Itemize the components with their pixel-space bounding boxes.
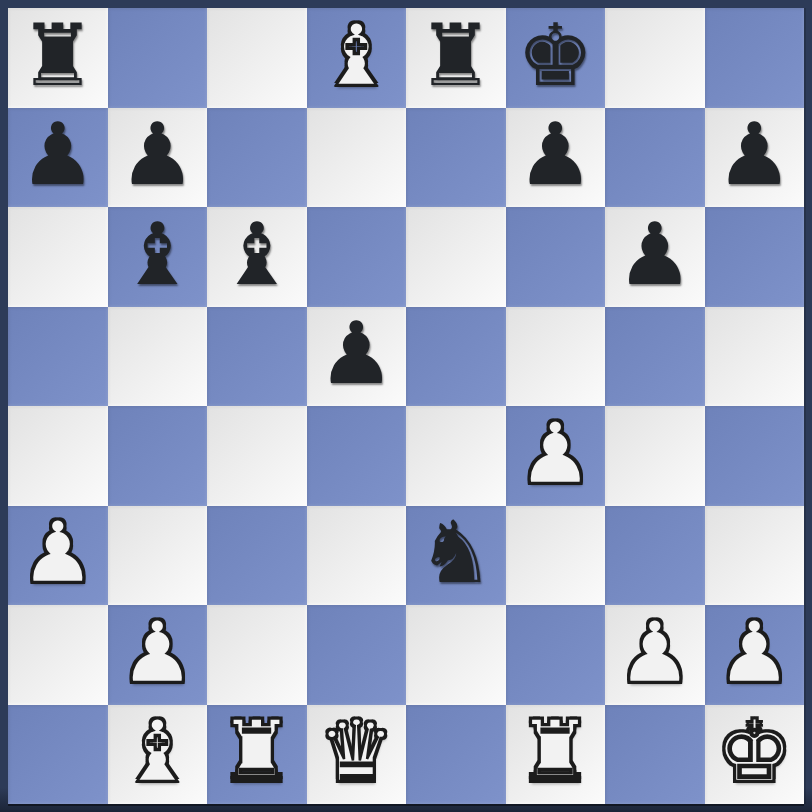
square-b7[interactable]: ♟ [108,108,208,208]
piece-black-bishop[interactable]: ♝ [218,211,295,297]
piece-black-rook[interactable]: ♜ [417,12,494,98]
square-a2[interactable] [8,605,108,705]
piece-black-knight[interactable]: ♞ [417,509,494,595]
square-h7[interactable]: ♟ [705,108,805,208]
square-h3[interactable] [705,506,805,606]
square-e6[interactable] [406,207,506,307]
piece-white-bishop[interactable]: ♝ [119,708,196,794]
chess-board: ♜♝♜♚♟♟♟♟♝♝♟♟♟♟♞♟♟♟♝♜♛♜♚ [8,8,804,804]
square-d3[interactable] [307,506,407,606]
square-c8[interactable] [207,8,307,108]
square-a5[interactable] [8,307,108,407]
piece-white-king[interactable]: ♚ [716,708,793,794]
square-b8[interactable] [108,8,208,108]
square-b1[interactable]: ♝ [108,705,208,805]
chess-diagram: { "game": "chess", "position": { "fen": … [0,0,812,812]
square-e3[interactable]: ♞ [406,506,506,606]
square-a7[interactable]: ♟ [8,108,108,208]
square-a6[interactable] [8,207,108,307]
square-e4[interactable] [406,406,506,506]
square-c5[interactable] [207,307,307,407]
square-f6[interactable] [506,207,606,307]
square-c6[interactable]: ♝ [207,207,307,307]
square-c3[interactable] [207,506,307,606]
piece-white-pawn[interactable]: ♟ [716,609,793,695]
piece-white-pawn[interactable]: ♟ [119,609,196,695]
square-f8[interactable]: ♚ [506,8,606,108]
square-g3[interactable] [605,506,705,606]
square-e7[interactable] [406,108,506,208]
square-a1[interactable] [8,705,108,805]
square-f2[interactable] [506,605,606,705]
piece-white-bishop[interactable]: ♝ [318,12,395,98]
piece-black-bishop[interactable]: ♝ [119,211,196,297]
piece-black-king[interactable]: ♚ [517,12,594,98]
square-f7[interactable]: ♟ [506,108,606,208]
square-c7[interactable] [207,108,307,208]
piece-black-pawn[interactable]: ♟ [517,111,594,197]
piece-black-pawn[interactable]: ♟ [716,111,793,197]
square-b6[interactable]: ♝ [108,207,208,307]
square-c2[interactable] [207,605,307,705]
square-g6[interactable]: ♟ [605,207,705,307]
piece-white-pawn[interactable]: ♟ [616,609,693,695]
square-f1[interactable]: ♜ [506,705,606,805]
square-g1[interactable] [605,705,705,805]
square-d1[interactable]: ♛ [307,705,407,805]
square-c1[interactable]: ♜ [207,705,307,805]
piece-black-rook[interactable]: ♜ [19,12,96,98]
square-g8[interactable] [605,8,705,108]
square-h4[interactable] [705,406,805,506]
square-d6[interactable] [307,207,407,307]
square-a8[interactable]: ♜ [8,8,108,108]
square-g2[interactable]: ♟ [605,605,705,705]
piece-white-pawn[interactable]: ♟ [517,410,594,496]
square-f4[interactable]: ♟ [506,406,606,506]
piece-black-pawn[interactable]: ♟ [119,111,196,197]
piece-white-pawn[interactable]: ♟ [19,509,96,595]
square-b3[interactable] [108,506,208,606]
square-e5[interactable] [406,307,506,407]
square-f3[interactable] [506,506,606,606]
square-e1[interactable] [406,705,506,805]
square-d8[interactable]: ♝ [307,8,407,108]
square-g5[interactable] [605,307,705,407]
square-b2[interactable]: ♟ [108,605,208,705]
piece-black-pawn[interactable]: ♟ [616,211,693,297]
square-a3[interactable]: ♟ [8,506,108,606]
piece-white-rook[interactable]: ♜ [517,708,594,794]
square-c4[interactable] [207,406,307,506]
square-g4[interactable] [605,406,705,506]
square-d5[interactable]: ♟ [307,307,407,407]
square-b5[interactable] [108,307,208,407]
square-d4[interactable] [307,406,407,506]
piece-white-queen[interactable]: ♛ [318,708,395,794]
square-d7[interactable] [307,108,407,208]
square-f5[interactable] [506,307,606,407]
square-b4[interactable] [108,406,208,506]
square-a4[interactable] [8,406,108,506]
square-d2[interactable] [307,605,407,705]
square-h2[interactable]: ♟ [705,605,805,705]
square-h8[interactable] [705,8,805,108]
piece-black-pawn[interactable]: ♟ [19,111,96,197]
square-h1[interactable]: ♚ [705,705,805,805]
square-e8[interactable]: ♜ [406,8,506,108]
square-h5[interactable] [705,307,805,407]
piece-black-pawn[interactable]: ♟ [318,310,395,396]
square-h6[interactable] [705,207,805,307]
piece-white-rook[interactable]: ♜ [218,708,295,794]
square-g7[interactable] [605,108,705,208]
square-e2[interactable] [406,605,506,705]
